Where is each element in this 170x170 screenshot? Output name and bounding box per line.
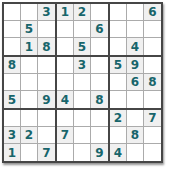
- sudoku-cell-r5c1[interactable]: [4, 74, 21, 91]
- sudoku-cell-r7c6[interactable]: [91, 110, 108, 127]
- given-digit: 2: [78, 6, 86, 18]
- sudoku-cell-r9c1[interactable]: 1: [4, 144, 21, 161]
- sudoku-cell-r6c2[interactable]: [21, 91, 38, 108]
- sudoku-cell-r6c7[interactable]: [110, 91, 127, 108]
- given-digit: 7: [148, 112, 156, 124]
- sudoku-cell-r2c1[interactable]: [4, 21, 21, 38]
- given-digit: 7: [61, 129, 69, 141]
- sudoku-cell-r3c8[interactable]: 4: [127, 38, 144, 55]
- sudoku-cell-r5c8[interactable]: 6: [127, 74, 144, 91]
- sudoku-cell-r4c6[interactable]: [91, 57, 108, 74]
- given-digit: 9: [42, 93, 50, 105]
- sudoku-cell-r3c9[interactable]: [144, 38, 161, 55]
- sudoku-cell-r7c4[interactable]: [57, 110, 74, 127]
- sudoku-cell-r9c7[interactable]: 4: [110, 144, 127, 161]
- sudoku-cell-r6c6[interactable]: 8: [91, 91, 108, 108]
- given-digit: 5: [78, 40, 86, 52]
- sudoku-cell-r1c9[interactable]: 6: [144, 4, 161, 21]
- given-digit: 3: [8, 129, 16, 141]
- sudoku-cell-r3c1[interactable]: [4, 38, 21, 55]
- sudoku-cell-r6c9[interactable]: [144, 91, 161, 108]
- sudoku-cell-r9c3[interactable]: 7: [38, 144, 55, 161]
- sudoku-cell-r3c4[interactable]: [57, 38, 74, 55]
- sudoku-cell-r7c1[interactable]: [4, 110, 21, 127]
- sudoku-cell-r7c7[interactable]: 2: [110, 110, 127, 127]
- sudoku-cell-r1c3[interactable]: 3: [38, 4, 55, 21]
- given-digit: 6: [131, 76, 139, 88]
- sudoku-cell-r3c5[interactable]: 5: [74, 38, 91, 55]
- given-digit: 1: [61, 6, 69, 18]
- sudoku-cell-r4c9[interactable]: [144, 57, 161, 74]
- sudoku-cell-r3c3[interactable]: 8: [38, 38, 55, 55]
- sudoku-cell-r1c1[interactable]: [4, 4, 21, 21]
- sudoku-cell-r8c8[interactable]: 8: [127, 127, 144, 144]
- sudoku-cell-r1c4[interactable]: 1: [57, 4, 74, 21]
- sudoku-cell-r1c6[interactable]: [91, 4, 108, 21]
- sudoku-cell-r2c4[interactable]: [57, 21, 74, 38]
- sudoku-box-8: 79: [57, 110, 110, 161]
- sudoku-cell-r4c3[interactable]: [38, 57, 55, 74]
- sudoku-cell-r4c5[interactable]: 3: [74, 57, 91, 74]
- sudoku-cell-r5c6[interactable]: [91, 74, 108, 91]
- sudoku-cell-r4c8[interactable]: 9: [127, 57, 144, 74]
- given-digit: 4: [61, 93, 69, 105]
- given-digit: 9: [131, 59, 139, 71]
- sudoku-cell-r8c9[interactable]: [144, 127, 161, 144]
- sudoku-cell-r6c4[interactable]: 4: [57, 91, 74, 108]
- sudoku-cell-r5c5[interactable]: [74, 74, 91, 91]
- given-digit: 4: [114, 146, 122, 158]
- sudoku-cell-r2c8[interactable]: [127, 21, 144, 38]
- given-digit: 2: [114, 112, 122, 124]
- sudoku-cell-r5c3[interactable]: [38, 74, 55, 91]
- sudoku-cell-r2c3[interactable]: [38, 21, 55, 38]
- given-digit: 8: [8, 59, 16, 71]
- sudoku-board: 351812656485934859683217792784: [2, 2, 163, 163]
- sudoku-cell-r2c9[interactable]: [144, 21, 161, 38]
- sudoku-cell-r9c2[interactable]: [21, 144, 38, 161]
- sudoku-cell-r3c6[interactable]: [91, 38, 108, 55]
- sudoku-cell-r7c5[interactable]: [74, 110, 91, 127]
- given-digit: 1: [8, 146, 16, 158]
- sudoku-cell-r4c1[interactable]: 8: [4, 57, 21, 74]
- given-digit: 6: [95, 23, 103, 35]
- sudoku-cell-r8c3[interactable]: [38, 127, 55, 144]
- given-digit: 6: [148, 6, 156, 18]
- sudoku-cell-r4c4[interactable]: [57, 57, 74, 74]
- given-digit: 1: [25, 40, 33, 52]
- sudoku-cell-r2c7[interactable]: [110, 21, 127, 38]
- sudoku-box-2: 1265: [57, 4, 110, 57]
- sudoku-cell-r5c2[interactable]: [21, 74, 38, 91]
- sudoku-box-4: 859: [4, 57, 57, 110]
- sudoku-cell-r6c5[interactable]: [74, 91, 91, 108]
- sudoku-cell-r8c6[interactable]: [91, 127, 108, 144]
- given-digit: 2: [25, 129, 33, 141]
- sudoku-box-1: 3518: [4, 4, 57, 57]
- sudoku-cell-r1c2[interactable]: [21, 4, 38, 21]
- sudoku-cell-r9c4[interactable]: [57, 144, 74, 161]
- sudoku-cell-r8c1[interactable]: 3: [4, 127, 21, 144]
- sudoku-cell-r9c5[interactable]: [74, 144, 91, 161]
- sudoku-cell-r7c9[interactable]: 7: [144, 110, 161, 127]
- sudoku-cell-r2c2[interactable]: 5: [21, 21, 38, 38]
- given-digit: 4: [131, 40, 139, 52]
- sudoku-cell-r1c5[interactable]: 2: [74, 4, 91, 21]
- given-digit: 3: [78, 59, 86, 71]
- sudoku-cell-r6c8[interactable]: [127, 91, 144, 108]
- sudoku-cell-r4c2[interactable]: [21, 57, 38, 74]
- sudoku-cell-r8c7[interactable]: [110, 127, 127, 144]
- sudoku-cell-r8c4[interactable]: 7: [57, 127, 74, 144]
- sudoku-cell-r3c7[interactable]: [110, 38, 127, 55]
- given-digit: 8: [95, 93, 103, 105]
- given-digit: 5: [114, 59, 122, 71]
- given-digit: 9: [95, 146, 103, 158]
- given-digit: 5: [8, 93, 16, 105]
- given-digit: 7: [42, 146, 50, 158]
- sudoku-cell-r8c2[interactable]: 2: [21, 127, 38, 144]
- sudoku-box-5: 348: [57, 57, 110, 110]
- sudoku-cell-r5c7[interactable]: [110, 74, 127, 91]
- sudoku-box-9: 2784: [110, 110, 161, 161]
- sudoku-cell-r2c5[interactable]: [74, 21, 91, 38]
- given-digit: 8: [148, 76, 156, 88]
- sudoku-cell-r7c2[interactable]: [21, 110, 38, 127]
- given-digit: 8: [131, 129, 139, 141]
- sudoku-cell-r4c7[interactable]: 5: [110, 57, 127, 74]
- sudoku-cell-r8c5[interactable]: [74, 127, 91, 144]
- sudoku-box-6: 5968: [110, 57, 161, 110]
- sudoku-cell-r9c9[interactable]: [144, 144, 161, 161]
- sudoku-cell-r5c9[interactable]: 8: [144, 74, 161, 91]
- sudoku-cell-r7c8[interactable]: [127, 110, 144, 127]
- sudoku-box-7: 3217: [4, 110, 57, 161]
- sudoku-cell-r6c1[interactable]: 5: [4, 91, 21, 108]
- sudoku-cell-r9c8[interactable]: [127, 144, 144, 161]
- sudoku-cell-r6c3[interactable]: 9: [38, 91, 55, 108]
- sudoku-cell-r1c7[interactable]: [110, 4, 127, 21]
- sudoku-cell-r7c3[interactable]: [38, 110, 55, 127]
- sudoku-cell-r9c6[interactable]: 9: [91, 144, 108, 161]
- given-digit: 5: [25, 23, 33, 35]
- sudoku-cell-r1c8[interactable]: [127, 4, 144, 21]
- sudoku-box-3: 64: [110, 4, 161, 57]
- given-digit: 3: [42, 6, 50, 18]
- given-digit: 8: [42, 40, 50, 52]
- sudoku-cell-r2c6[interactable]: 6: [91, 21, 108, 38]
- sudoku-cell-r5c4[interactable]: [57, 74, 74, 91]
- sudoku-cell-r3c2[interactable]: 1: [21, 38, 38, 55]
